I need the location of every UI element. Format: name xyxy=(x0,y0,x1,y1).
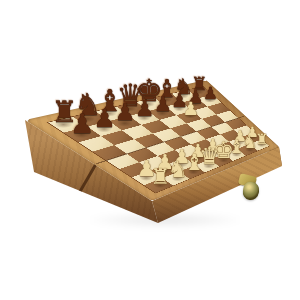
piece-black-pawn-d7: ♟ xyxy=(135,98,155,120)
piece-white-rook-h1: ♜ xyxy=(255,132,268,146)
piece-white-pawn-f6: ♟ xyxy=(183,99,199,117)
piece-black-pawn-h7: ♟ xyxy=(203,85,218,102)
piece-black-pawn-c7: ♟ xyxy=(115,101,136,124)
piece-black-pawn-b7: ♟ xyxy=(93,105,116,130)
piece-black-pawn-a7: ♟ xyxy=(70,109,94,136)
piece-black-pawn-e7: ♟ xyxy=(154,94,172,114)
piece-white-knight-b1: ♞ xyxy=(168,158,188,181)
piece-white-rook-a1: ♜ xyxy=(151,165,170,187)
brass-clasp xyxy=(237,174,265,206)
brass-clasp-hasp xyxy=(242,181,261,201)
product-photo-scene: ♜♞♝♛♚♝♞♜♟♟♟♟♟♟♟♟♟♟♟♟♟♟♟♟♜♞♝♛♚♝♞♜ xyxy=(0,0,300,300)
